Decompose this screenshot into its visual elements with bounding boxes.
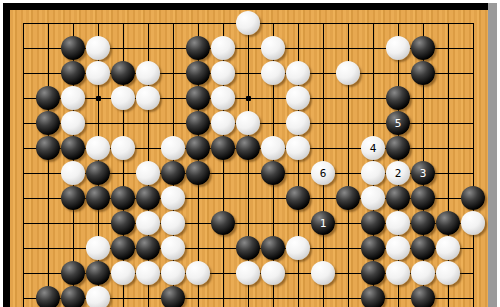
white-stone[interactable] [61,86,85,110]
white-stone[interactable] [386,236,410,260]
black-stone[interactable]: 5 [386,111,410,135]
black-stone[interactable] [261,236,285,260]
board-frame-top [3,3,488,10]
white-stone[interactable] [211,111,235,135]
black-stone[interactable] [186,161,210,185]
white-stone[interactable] [136,86,160,110]
white-stone[interactable] [236,111,260,135]
white-stone[interactable] [286,86,310,110]
move-number-label: 1 [320,218,327,229]
white-stone[interactable] [286,136,310,160]
white-stone[interactable] [436,236,460,260]
white-stone[interactable] [136,261,160,285]
black-stone[interactable] [361,211,385,235]
board-shadow [488,3,497,307]
white-stone[interactable] [386,36,410,60]
black-stone[interactable] [61,36,85,60]
grid-vline [48,23,49,307]
black-stone[interactable] [186,36,210,60]
white-stone[interactable] [211,86,235,110]
black-stone[interactable] [61,136,85,160]
white-stone[interactable] [86,286,110,307]
black-stone[interactable] [161,161,185,185]
white-stone[interactable] [86,236,110,260]
black-stone[interactable] [136,186,160,210]
white-stone[interactable] [211,61,235,85]
grid-vline [473,23,474,307]
black-stone[interactable] [436,211,460,235]
white-stone[interactable] [286,61,310,85]
black-stone[interactable] [86,161,110,185]
black-stone[interactable] [411,186,435,210]
move-number-label: 4 [370,143,377,154]
page: 546231 [0,0,500,307]
white-stone[interactable] [161,236,185,260]
white-stone[interactable] [86,61,110,85]
black-stone[interactable]: 1 [311,211,335,235]
black-stone[interactable] [36,111,60,135]
black-stone[interactable] [361,261,385,285]
black-stone[interactable] [111,236,135,260]
black-stone[interactable] [236,236,260,260]
white-stone[interactable] [386,261,410,285]
black-stone[interactable] [411,236,435,260]
black-stone[interactable] [336,186,360,210]
black-stone[interactable] [111,186,135,210]
white-stone[interactable] [61,161,85,185]
black-stone[interactable] [36,86,60,110]
white-stone[interactable] [461,211,485,235]
hoshi-star-point [96,96,101,101]
move-number-label: 3 [420,168,427,179]
black-stone[interactable] [461,186,485,210]
black-stone[interactable] [386,186,410,210]
white-stone[interactable] [386,211,410,235]
white-stone[interactable] [111,261,135,285]
black-stone[interactable] [86,261,110,285]
black-stone[interactable] [136,236,160,260]
black-stone[interactable] [386,86,410,110]
black-stone[interactable]: 3 [411,161,435,185]
grid-vline [23,23,24,307]
black-stone[interactable] [361,236,385,260]
white-stone[interactable] [61,111,85,135]
white-stone[interactable]: 4 [361,136,385,160]
black-stone[interactable] [186,136,210,160]
white-stone[interactable] [261,36,285,60]
black-stone[interactable] [236,136,260,160]
white-stone[interactable] [86,136,110,160]
white-stone[interactable] [411,261,435,285]
board-frame-left [3,3,10,307]
black-stone[interactable] [411,286,435,307]
black-stone[interactable] [61,186,85,210]
black-stone[interactable] [186,61,210,85]
black-stone[interactable] [61,286,85,307]
black-stone[interactable] [411,211,435,235]
white-stone[interactable] [361,161,385,185]
white-stone[interactable] [186,261,210,285]
white-stone[interactable] [136,211,160,235]
black-stone[interactable] [386,136,410,160]
white-stone[interactable] [286,236,310,260]
black-stone[interactable] [211,136,235,160]
black-stone[interactable] [36,286,60,307]
white-stone[interactable] [111,86,135,110]
white-stone[interactable] [361,186,385,210]
white-stone[interactable] [311,261,335,285]
black-stone[interactable] [286,186,310,210]
black-stone[interactable] [61,61,85,85]
black-stone[interactable] [86,186,110,210]
black-stone[interactable] [186,111,210,135]
white-stone[interactable] [261,136,285,160]
black-stone[interactable] [261,161,285,185]
white-stone[interactable] [111,136,135,160]
white-stone[interactable] [261,61,285,85]
black-stone[interactable] [161,286,185,307]
white-stone[interactable] [86,36,110,60]
black-stone[interactable] [411,61,435,85]
white-stone[interactable] [161,136,185,160]
white-stone[interactable] [236,11,260,35]
move-number-label: 2 [395,168,402,179]
black-stone[interactable] [36,136,60,160]
white-stone[interactable] [161,261,185,285]
black-stone[interactable] [111,211,135,235]
white-stone[interactable] [136,61,160,85]
white-stone[interactable] [286,111,310,135]
black-stone[interactable] [111,61,135,85]
white-stone[interactable] [336,61,360,85]
white-stone[interactable] [136,161,160,185]
white-stone[interactable] [236,261,260,285]
black-stone[interactable] [361,286,385,307]
white-stone[interactable] [161,211,185,235]
white-stone[interactable]: 6 [311,161,335,185]
white-stone[interactable] [261,261,285,285]
black-stone[interactable] [61,261,85,285]
white-stone[interactable] [161,186,185,210]
black-stone[interactable] [186,86,210,110]
hoshi-star-point [246,96,251,101]
white-stone[interactable] [436,261,460,285]
white-stone[interactable] [211,36,235,60]
white-stone[interactable]: 2 [386,161,410,185]
move-number-label: 6 [320,168,327,179]
black-stone[interactable] [411,36,435,60]
black-stone[interactable] [211,211,235,235]
move-number-label: 5 [395,118,402,129]
